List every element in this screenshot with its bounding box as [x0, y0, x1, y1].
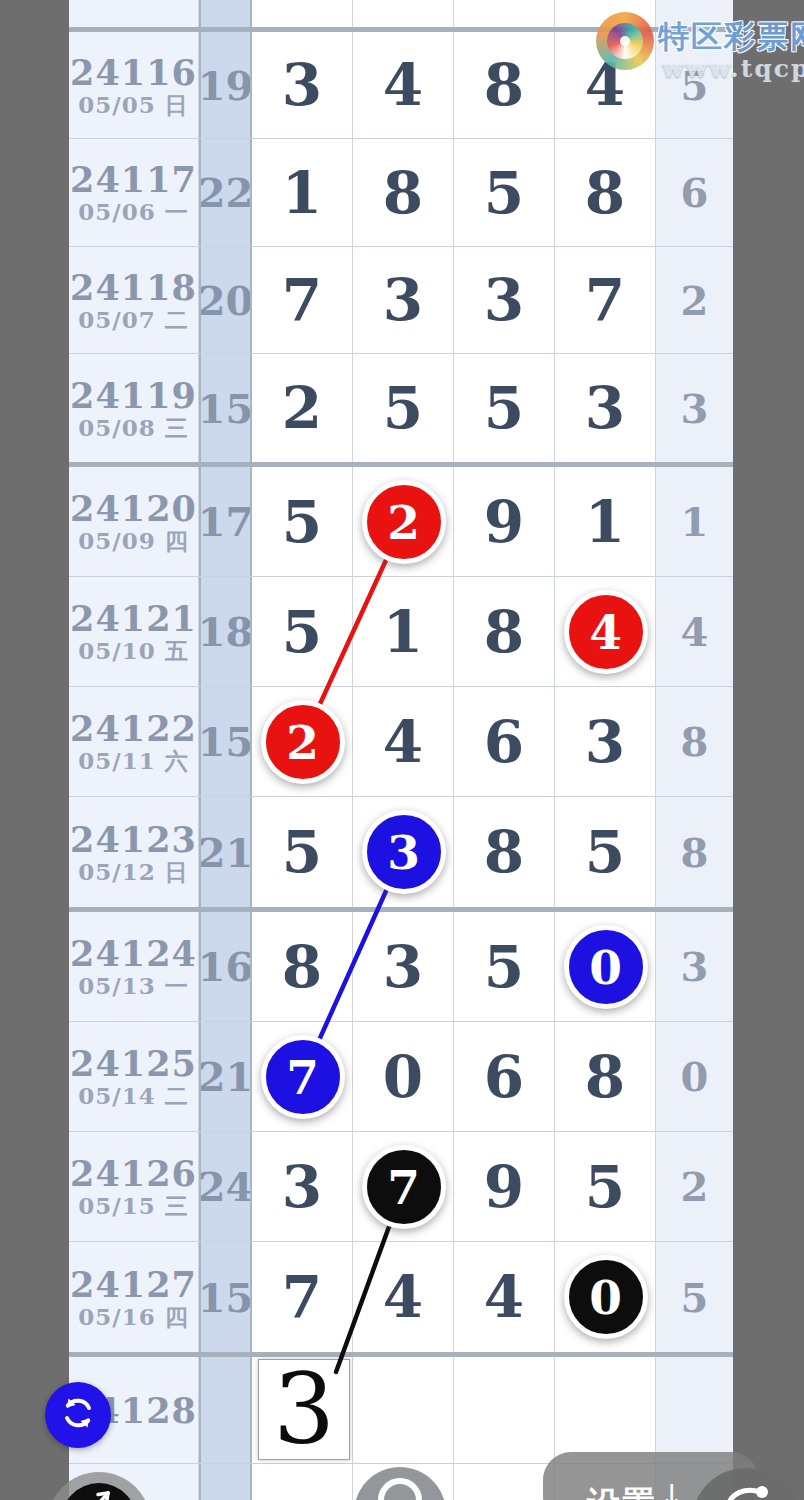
magnifier-icon [372, 1476, 428, 1500]
digit-cell: 3 [555, 354, 656, 462]
period-number: 24120 [70, 491, 197, 526]
digit-cell: 7 [252, 1242, 353, 1352]
sum-cell: 17 [199, 467, 252, 576]
digit-cell: 5 [454, 139, 555, 246]
draw-date: 05/09 四 [78, 529, 188, 552]
sum-cell: 15 [199, 354, 252, 462]
period-number: 24122 [70, 711, 197, 746]
period-number: 24119 [70, 378, 197, 413]
digit-cell: 0 [353, 1022, 454, 1131]
digit-cell [353, 1357, 454, 1463]
right-margin [733, 0, 804, 1500]
refresh-button[interactable] [45, 1382, 111, 1448]
tail-cell [656, 1357, 733, 1463]
draw-date: 05/14 二 [78, 1084, 188, 1107]
marked-digit-red: 2 [261, 700, 345, 784]
chart-row: 2411905/08 三1525533 [69, 354, 733, 462]
digit-cell: 3 [353, 912, 454, 1021]
period-cell: 2412005/09 四 [69, 467, 199, 576]
period-number: 24121 [70, 601, 197, 636]
period-cell: 2411805/07 二 [69, 247, 199, 353]
period-number: 24124 [70, 936, 197, 971]
tail-cell: 8 [656, 687, 733, 796]
marked-digit-black: 7 [362, 1145, 446, 1229]
tail-cell: 1 [656, 467, 733, 576]
down-arrow-icon: ↓ [659, 1478, 684, 1500]
digit-cell: 4 [353, 687, 454, 796]
sum-cell: 15 [199, 1242, 252, 1352]
draw-date: 05/10 五 [78, 639, 188, 662]
period-cell: 2412405/13 一 [69, 912, 199, 1021]
draw-date: 05/12 日 [78, 860, 188, 883]
marked-digit-blue: 3 [362, 810, 446, 894]
sum-cell [199, 0, 252, 27]
digit-cell: 6 [454, 687, 555, 796]
period-number: 24127 [70, 1267, 197, 1302]
period-cell: 2412305/12 日 [69, 797, 199, 907]
draw-date: 05/15 三 [78, 1194, 188, 1217]
marked-digit-red: 4 [564, 590, 648, 674]
sum-cell [199, 1357, 252, 1463]
digit-cell: 6 [454, 1022, 555, 1131]
period-cell: 2412605/15 三 [69, 1132, 199, 1241]
tail-cell: 4 [656, 577, 733, 686]
period-cell: 2412105/10 五 [69, 577, 199, 686]
period-cell: 2412705/16 四 [69, 1242, 199, 1352]
settings-label: 设置 [587, 1482, 657, 1500]
digit-cell: 8 [555, 1022, 656, 1131]
sum-cell: 19 [199, 32, 252, 138]
draw-date: 05/05 日 [78, 93, 188, 116]
sum-cell: 15 [199, 687, 252, 796]
digit-cell: 1 [555, 467, 656, 576]
digit-cell [252, 1464, 353, 1500]
digit-cell: 3 [353, 247, 454, 353]
period-number: 24125 [70, 1046, 197, 1081]
tail-cell: 6 [656, 139, 733, 246]
digit-cell: 1 [252, 139, 353, 246]
sum-cell: 16 [199, 912, 252, 1021]
digit-cell [454, 1357, 555, 1463]
digit-cell: 8 [454, 32, 555, 138]
tail-cell: 3 [656, 912, 733, 1021]
digit-cell: 4 [555, 32, 656, 138]
draw-date: 05/07 二 [78, 308, 188, 331]
digit-cell: 8 [454, 797, 555, 907]
digit-cell: 8 [454, 577, 555, 686]
digit-cell: 5 [353, 354, 454, 462]
marked-digit-red: 2 [362, 480, 446, 564]
digit-cell: 2 [252, 354, 353, 462]
chart-row: 2411605/05 日1934845 [69, 32, 733, 139]
sum-cell [199, 1464, 252, 1500]
sum-cell: 21 [199, 797, 252, 907]
pending-row: 24128 [69, 1357, 733, 1464]
digit-cell: 5 [252, 467, 353, 576]
digit-cell [555, 1357, 656, 1463]
digit-cell: 9 [454, 467, 555, 576]
sum-cell: 22 [199, 139, 252, 246]
digit-cell: 5 [555, 797, 656, 907]
period-cell: 2412205/11 六 [69, 687, 199, 796]
digit-cell: 8 [252, 912, 353, 1021]
digit-cell: 4 [353, 1242, 454, 1352]
draw-arrow-icon [82, 1485, 116, 1500]
partial-row [69, 0, 733, 27]
digit-cell: 7 [252, 247, 353, 353]
digit-cell: 3 [252, 1132, 353, 1241]
marked-digit-black: 0 [564, 1255, 648, 1339]
tail-cell: 0 [656, 1022, 733, 1131]
tail-cell: 5 [656, 32, 733, 138]
digit-cell: 8 [555, 139, 656, 246]
chart-row: 2412505/14 二2170680 [69, 1022, 733, 1132]
marked-digit-blue: 7 [261, 1035, 345, 1119]
draw-date: 05/16 四 [78, 1305, 188, 1328]
left-margin [0, 0, 69, 1500]
jump-arrow-icon [718, 1471, 774, 1500]
tail-cell: 2 [656, 1132, 733, 1241]
marked-digit-blue: 0 [564, 925, 648, 1009]
period-cell: 2411605/05 日 [69, 32, 199, 138]
period-number: 24118 [70, 270, 197, 305]
draw-date: 05/08 三 [78, 416, 188, 439]
draw-date: 05/11 六 [78, 749, 188, 772]
digit-cell: 4 [454, 1242, 555, 1352]
sum-cell: 21 [199, 1022, 252, 1131]
tail-cell: 5 [656, 1242, 733, 1352]
chart-row: 2411705/06 一2218586 [69, 139, 733, 247]
sync-icon [58, 1393, 98, 1437]
draw-date: 05/13 一 [78, 974, 188, 997]
period-cell: 2411705/06 一 [69, 139, 199, 246]
sum-cell: 18 [199, 577, 252, 686]
digit-cell: 3 [555, 687, 656, 796]
digit-cell: 5 [454, 354, 555, 462]
period-number: 24123 [70, 822, 197, 857]
digit-cell: 4 [353, 32, 454, 138]
digit-cell [555, 0, 656, 27]
digit-cell: 5 [252, 797, 353, 907]
tail-cell: 8 [656, 797, 733, 907]
pending-entry-box[interactable]: 3 [258, 1359, 350, 1460]
digit-cell: 1 [353, 577, 454, 686]
chart-row: 2411805/07 二2073372 [69, 247, 733, 354]
sum-cell: 20 [199, 247, 252, 353]
period-cell: 2411905/08 三 [69, 354, 199, 462]
period-number: 24126 [70, 1156, 197, 1191]
chart-row: 2412205/11 六1524638 [69, 687, 733, 797]
period-number: 24116 [70, 55, 197, 90]
digit-cell: 3 [454, 247, 555, 353]
digit-cell [454, 1464, 555, 1500]
digit-cell: 5 [454, 912, 555, 1021]
lottery-trend-chart-screen: 2411605/05 日19348452411705/06 一221858624… [0, 0, 804, 1500]
digit-cell [353, 0, 454, 27]
draw-date: 05/06 一 [78, 200, 188, 223]
digit-cell: 9 [454, 1132, 555, 1241]
digit-cell: 3 [252, 32, 353, 138]
tail-cell [656, 0, 733, 27]
digit-cell: 8 [353, 139, 454, 246]
digit-cell [454, 0, 555, 27]
period-cell [69, 0, 199, 27]
digit-cell: 5 [252, 577, 353, 686]
digit-cell: 7 [555, 247, 656, 353]
digit-cell: 5 [555, 1132, 656, 1241]
tail-cell: 2 [656, 247, 733, 353]
period-cell: 2412505/14 二 [69, 1022, 199, 1131]
period-number: 24117 [70, 162, 197, 197]
tail-cell: 3 [656, 354, 733, 462]
sum-cell: 24 [199, 1132, 252, 1241]
digit-cell [252, 0, 353, 27]
